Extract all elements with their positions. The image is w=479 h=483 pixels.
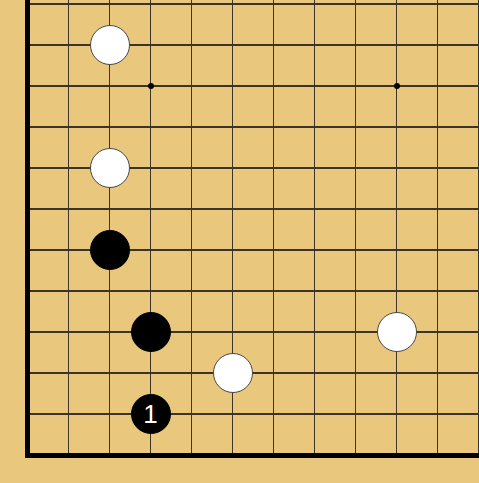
grid-line-vertical	[314, 0, 315, 456]
stone-white-F3[interactable]	[213, 353, 253, 393]
grid-line-horizontal	[25, 208, 479, 209]
grid-line-vertical	[273, 0, 274, 456]
grid-line-horizontal	[25, 85, 479, 86]
stone-black-D2[interactable]: 1	[131, 394, 171, 434]
board-bottom-edge	[25, 453, 479, 458]
stone-white-C11[interactable]	[90, 25, 130, 65]
grid-line-horizontal	[25, 126, 479, 127]
stone-black-D4[interactable]	[131, 312, 171, 352]
go-board[interactable]: 1	[0, 0, 479, 483]
stone-black-C6[interactable]	[90, 230, 130, 270]
grid-line-horizontal	[25, 413, 479, 414]
stone-white-K4[interactable]	[377, 312, 417, 352]
star-point-K10	[394, 83, 400, 89]
grid-line-vertical	[109, 0, 110, 456]
grid-line-horizontal	[25, 3, 479, 4]
move-number-label: 1	[143, 401, 157, 427]
grid-line-horizontal	[25, 290, 479, 291]
star-point-D10	[148, 83, 154, 89]
stone-white-C8[interactable]	[90, 148, 130, 188]
grid-line-vertical	[437, 0, 438, 456]
grid-line-vertical	[150, 0, 151, 456]
grid-line-vertical	[396, 0, 397, 456]
grid-line-vertical	[68, 0, 69, 456]
grid-line-vertical	[191, 0, 192, 456]
grid-line-vertical	[355, 0, 356, 456]
board-left-edge	[25, 0, 30, 458]
